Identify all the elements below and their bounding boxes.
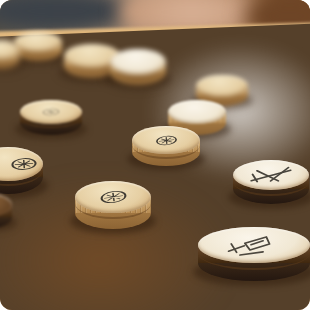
piece-p12-loop-char — [198, 227, 310, 281]
piece-p10-cross-strokes — [233, 160, 309, 204]
piece-p11-asterisk-circle — [75, 181, 151, 229]
piece-p9-asterisk-circle — [0, 147, 43, 194]
asterisk-circle-engraving-icon — [9, 156, 40, 172]
piece-p8-asterisk-circle — [132, 126, 200, 166]
piece-p5-blank — [0, 40, 20, 69]
asterisk-faint-engraving-icon — [41, 107, 62, 116]
piece-p1-blank — [14, 32, 62, 61]
piece-p3-blank — [110, 49, 166, 85]
loop-char-engraving-icon — [224, 230, 285, 260]
piece-p13-blank — [0, 194, 12, 228]
piece-p6-asterisk-faint — [20, 100, 82, 135]
pieces-layer — [0, 0, 310, 310]
asterisk-circle-engraving-icon — [153, 133, 179, 147]
cross-strokes-engraving-icon — [247, 164, 295, 186]
photo-scene — [0, 0, 310, 310]
asterisk-circle-engraving-icon — [97, 188, 130, 206]
